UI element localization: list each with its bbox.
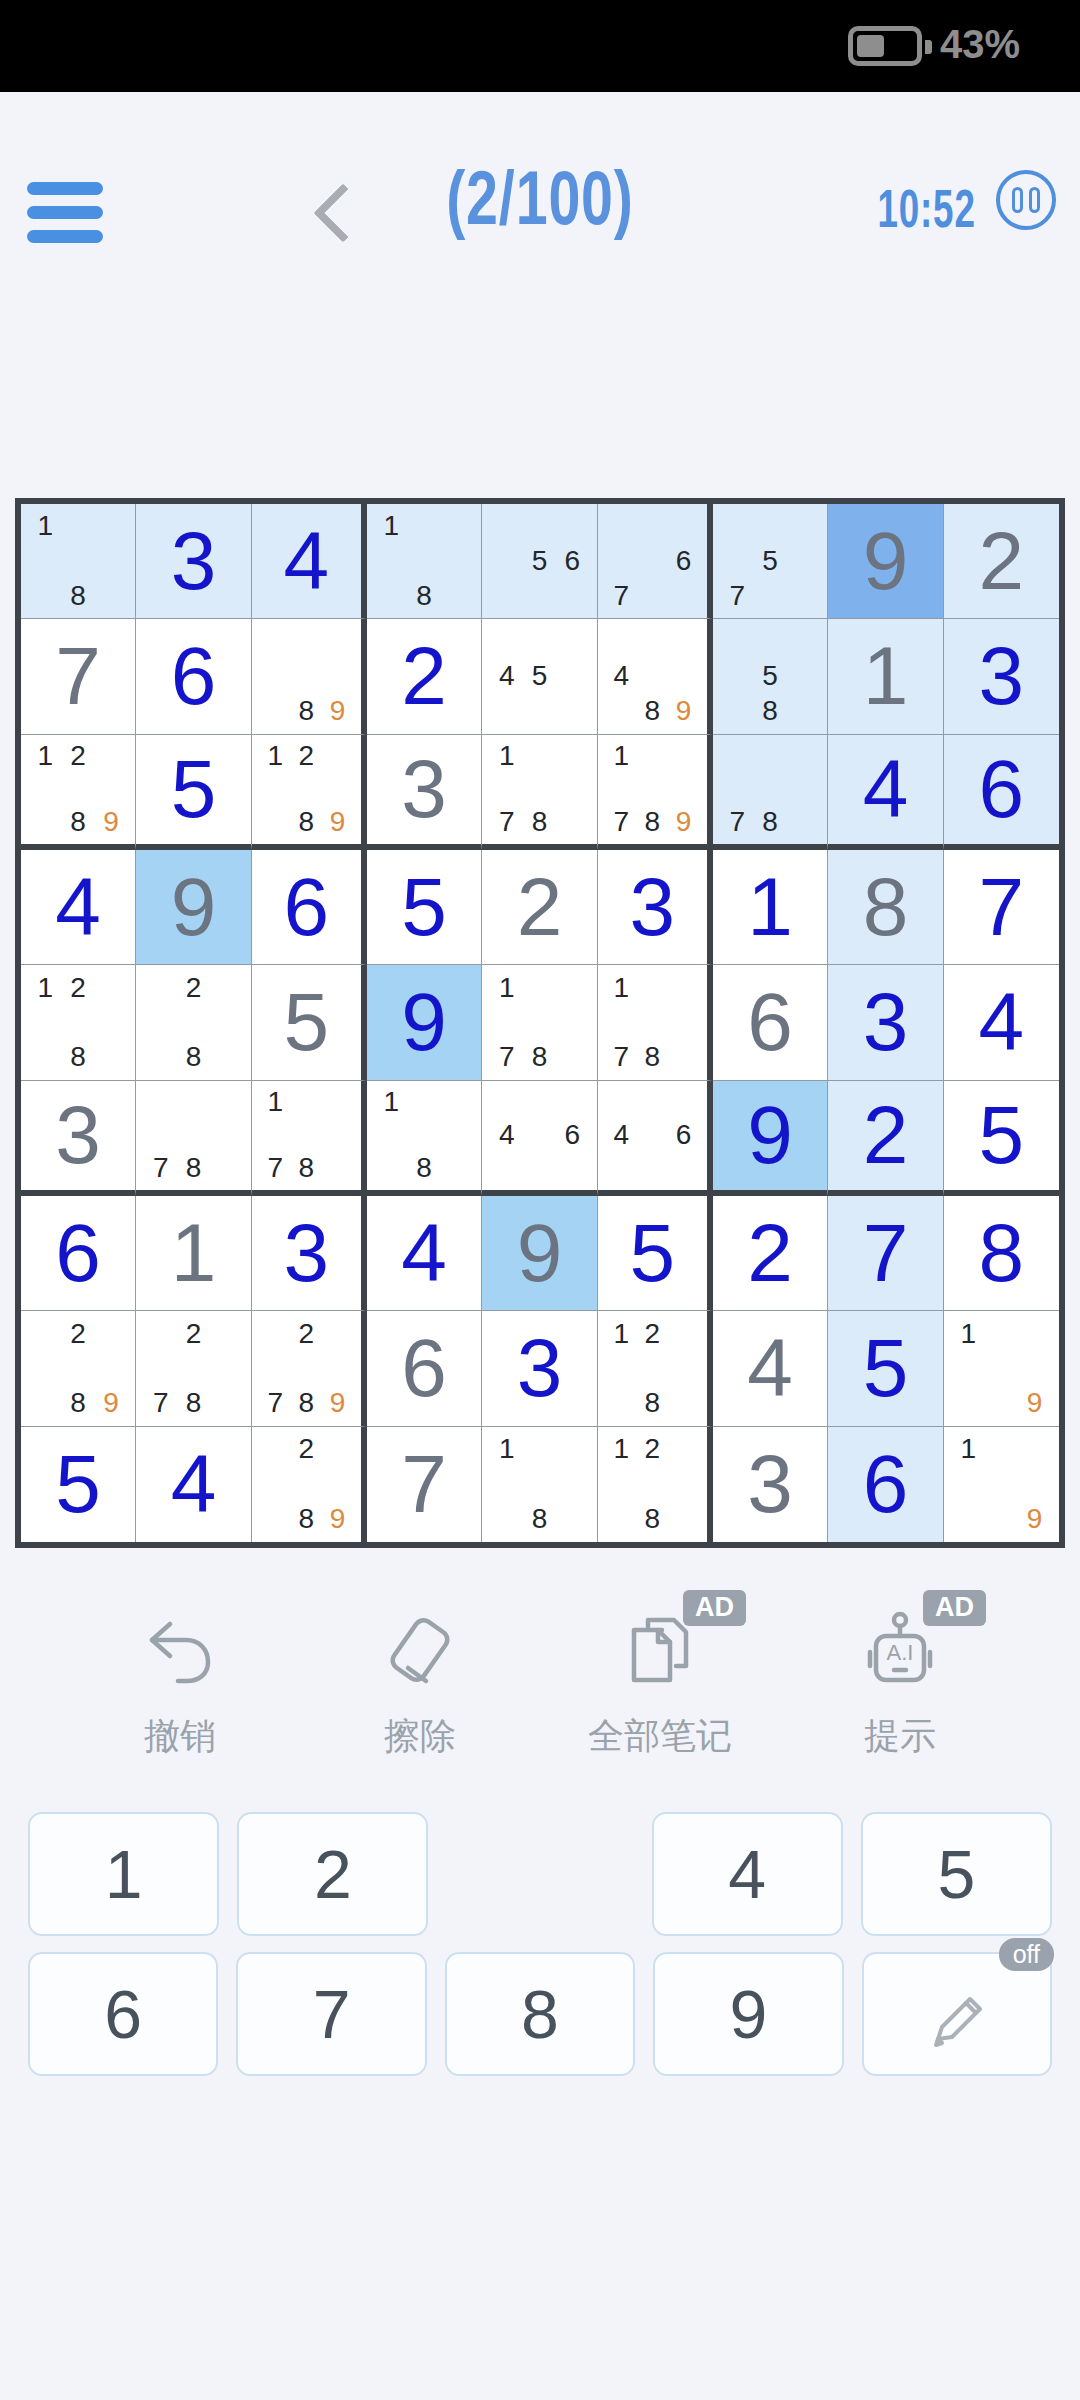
note-digit [322,659,353,694]
sudoku-cell-r2c9[interactable]: 3 [944,619,1059,734]
sudoku-cell-r5c4[interactable]: 9 [367,965,482,1080]
note-digit: 1 [375,509,408,544]
note-digit [985,1432,1018,1467]
sudoku-cell-r8c9[interactable]: 19 [944,1311,1059,1426]
undo-label: 撤销 [144,1712,216,1761]
note-digit [985,1351,1018,1386]
note-digit: 2 [62,740,95,773]
sudoku-cell-r2c7[interactable]: 58 [713,619,828,734]
note-digit [556,509,589,544]
sudoku-cell-r1c9[interactable]: 2 [944,504,1059,619]
note-digit [985,1502,1018,1537]
note-digit [668,579,699,614]
note-digit [62,773,95,806]
note-digit [523,509,556,544]
note-digit: 1 [375,1086,408,1119]
note-digit [637,509,668,544]
sudoku-cell-r3c2[interactable]: 5 [136,735,251,850]
sudoku-cell-r1c2[interactable]: 3 [136,504,251,619]
sudoku-cell-r3c7[interactable]: 78 [713,735,828,850]
sudoku-cell-r7c1[interactable]: 6 [21,1196,136,1311]
cell-value: 3 [401,748,447,830]
numpad-key-2[interactable]: 2 [237,1812,428,1936]
numpad-key-1[interactable]: 1 [28,1812,219,1936]
toolbar: 撤销 擦除 AD 全部笔记 [60,1600,1020,1780]
sudoku-cell-r9c3[interactable]: 289 [252,1427,367,1542]
sudoku-cell-r6c9[interactable]: 5 [944,1081,1059,1196]
note-digit [754,509,787,544]
sudoku-cell-r6c7[interactable]: 9 [713,1081,828,1196]
sudoku-cell-r4c1[interactable]: 4 [21,850,136,965]
sudoku-cell-r3c6[interactable]: 1789 [598,735,713,850]
note-digit [322,773,353,806]
note-digit [668,740,699,773]
note-digit: 6 [556,1119,589,1152]
sudoku-cell-r4c2[interactable]: 9 [136,850,251,965]
cell-notes: 46 [490,1086,588,1185]
note-digit [523,1005,556,1040]
note-digit: 4 [490,1119,523,1152]
note-digit [177,1351,210,1386]
note-digit [291,1086,322,1119]
note-digit [490,1152,523,1185]
note-digit [62,1351,95,1386]
note-digit [523,1152,556,1185]
note-digit [62,1005,95,1040]
sudoku-cell-r8c6[interactable]: 128 [598,1311,713,1426]
note-digit [637,544,668,579]
note-digit [637,579,668,614]
cell-value: 4 [979,981,1025,1063]
note-digit: 8 [291,1502,322,1537]
note-digit [721,509,754,544]
sudoku-cell-r4c9[interactable]: 7 [944,850,1059,965]
sudoku-cell-r6c6[interactable]: 46 [598,1081,713,1196]
numpad-key-7[interactable]: 7 [236,1952,426,2076]
note-digit [29,1351,62,1386]
note-digit: 1 [952,1432,985,1467]
note-digit [260,694,291,729]
cell-value: 3 [517,1327,563,1409]
note-digit [260,659,291,694]
sudoku-cell-r2c6[interactable]: 489 [598,619,713,734]
sudoku-cell-r3c9[interactable]: 6 [944,735,1059,850]
note-digit [144,1005,177,1040]
sudoku-cell-r4c3[interactable]: 6 [252,850,367,965]
cell-notes: 18 [29,509,127,613]
note-digit [291,624,322,659]
note-digit [606,1386,637,1421]
cell-notes: 28 [144,970,242,1074]
note-digit [523,579,556,614]
cell-value: 9 [747,1094,793,1176]
note-digit [322,624,353,659]
erase-label: 擦除 [384,1712,456,1761]
cell-value: 9 [863,520,909,602]
note-digit [291,1119,322,1152]
note-digit [556,1432,589,1467]
sudoku-cell-r8c4[interactable]: 6 [367,1311,482,1426]
note-digit [95,1316,128,1351]
sudoku-cell-r6c2[interactable]: 78 [136,1081,251,1196]
sudoku-cell-r9c9[interactable]: 19 [944,1427,1059,1542]
note-digit: 8 [523,1040,556,1075]
note-digit [29,806,62,839]
note-digit [291,1351,322,1386]
numpad-empty-slot-3 [446,1812,633,1936]
note-digit: 7 [721,806,754,839]
pause-button[interactable] [996,170,1056,230]
cell-notes: 289 [29,1316,127,1420]
note-digit: 8 [291,1386,322,1421]
note-digit: 4 [606,1119,637,1152]
note-digit [556,1467,589,1502]
sudoku-cell-r7c7[interactable]: 2 [713,1196,828,1311]
note-digit [441,579,474,614]
note-digit [62,509,95,544]
cell-notes: 57 [721,509,819,613]
note-digit [754,773,787,806]
note-digit: 8 [177,1386,210,1421]
sudoku-cell-r5c1[interactable]: 128 [21,965,136,1080]
note-digit [490,624,523,659]
battery-icon [848,26,922,66]
note-digit: 1 [606,1316,637,1351]
sudoku-grid: 1834185667579276892454895813128951289317… [15,498,1065,1548]
cell-value: 1 [863,635,909,717]
note-digit [606,1351,637,1386]
cell-notes: 18 [375,1086,473,1185]
cell-value: 1 [171,1212,217,1294]
note-digit [29,1040,62,1075]
sudoku-cell-r4c7[interactable]: 1 [713,850,828,965]
note-digit [490,1467,523,1502]
sudoku-cell-r3c8[interactable]: 4 [828,735,943,850]
sudoku-cell-r3c1[interactable]: 1289 [21,735,136,850]
note-digit [523,740,556,773]
sudoku-cell-r9c7[interactable]: 3 [713,1427,828,1542]
note-digit [637,1467,668,1502]
numpad-key-9[interactable]: 9 [653,1952,843,2076]
note-digit: 2 [291,1316,322,1351]
cell-notes: 178 [606,970,699,1074]
note-digit [375,544,408,579]
note-digit: 1 [260,1086,291,1119]
undo-button[interactable]: 撤销 [60,1600,300,1780]
cell-notes: 2789 [260,1316,353,1420]
note-digit [62,544,95,579]
note-digit [606,1467,637,1502]
pencil-toggle-button[interactable]: off [862,1952,1052,2076]
sudoku-cell-r7c5[interactable]: 9 [482,1196,597,1311]
note-digit: 8 [408,579,441,614]
cell-value: 7 [863,1212,909,1294]
note-digit [490,544,523,579]
sudoku-cell-r4c4[interactable]: 5 [367,850,482,965]
cell-notes: 178 [490,740,588,839]
note-digit [668,1386,699,1421]
note-digit: 8 [523,1502,556,1537]
sudoku-cell-r2c5[interactable]: 45 [482,619,597,734]
note-digit: 8 [637,806,668,839]
note-digit [637,624,668,659]
sudoku-cell-r5c3[interactable]: 5 [252,965,367,1080]
note-digit [29,1386,62,1421]
sudoku-cell-r1c6[interactable]: 67 [598,504,713,619]
cell-notes: 1289 [260,740,353,839]
svg-text:A.I: A.I [887,1640,914,1665]
note-digit [29,544,62,579]
sudoku-cell-r6c3[interactable]: 178 [252,1081,367,1196]
sudoku-cell-r6c8[interactable]: 2 [828,1081,943,1196]
note-digit: 8 [523,806,556,839]
sudoku-cell-r7c3[interactable]: 3 [252,1196,367,1311]
sudoku-cell-r5c6[interactable]: 178 [598,965,713,1080]
note-digit: 4 [606,659,637,694]
note-digit: 1 [606,970,637,1005]
sudoku-app-screen: { "game": "sudoku", "position": "0340000… [0,0,1080,2400]
note-digit [606,694,637,729]
note-digit [721,624,754,659]
note-digit [556,1005,589,1040]
sudoku-cell-r5c7[interactable]: 6 [713,965,828,1080]
all-notes-button[interactable]: AD 全部笔记 [540,1600,780,1780]
note-digit [668,1040,699,1075]
note-digit: 7 [490,1040,523,1075]
note-digit [556,740,589,773]
sudoku-cell-r8c3[interactable]: 2789 [252,1311,367,1426]
note-digit [523,970,556,1005]
sudoku-cell-r2c2[interactable]: 6 [136,619,251,734]
cell-value: 2 [979,520,1025,602]
note-digit [556,624,589,659]
note-digit [721,773,754,806]
note-digit [322,1316,353,1351]
note-digit [95,1040,128,1075]
hint-robot-icon: A.I AD [850,1600,950,1700]
sudoku-cell-r6c5[interactable]: 46 [482,1081,597,1196]
note-digit [523,1432,556,1467]
number-pad: 1 2 4 5 6 7 8 9 off [28,1812,1052,2092]
sudoku-cell-r8c5[interactable]: 3 [482,1311,597,1426]
note-digit: 1 [490,1432,523,1467]
note-digit [523,694,556,729]
sudoku-cell-r4c8[interactable]: 8 [828,850,943,965]
cell-notes: 18 [490,1432,588,1537]
note-digit [721,544,754,579]
sudoku-cell-r7c9[interactable]: 8 [944,1196,1059,1311]
note-digit [1018,1351,1051,1386]
note-digit [668,1005,699,1040]
sudoku-cell-r4c5[interactable]: 2 [482,850,597,965]
sudoku-cell-r6c4[interactable]: 18 [367,1081,482,1196]
note-digit [291,1467,322,1502]
note-digit [260,773,291,806]
note-digit [322,1119,353,1152]
numpad-key-8[interactable]: 8 [445,1952,635,2076]
cell-value: 6 [171,635,217,717]
note-digit [637,1351,668,1386]
status-bar: 43% [0,0,1080,92]
note-digit: 9 [95,806,128,839]
cell-value: 6 [55,1212,101,1294]
sudoku-cell-r9c8[interactable]: 6 [828,1427,943,1542]
note-digit [787,509,820,544]
cell-notes: 1289 [29,740,127,839]
pencil-off-badge: off [999,1938,1054,1971]
note-digit [637,659,668,694]
cell-value: 3 [630,866,676,948]
sudoku-cell-r9c5[interactable]: 18 [482,1427,597,1542]
note-digit [322,1152,353,1185]
note-digit [556,806,589,839]
note-digit [29,579,62,614]
cell-value: 2 [747,1212,793,1294]
sudoku-cell-r2c8[interactable]: 1 [828,619,943,734]
sudoku-cell-r1c3[interactable]: 4 [252,504,367,619]
cell-value: 3 [979,635,1025,717]
note-digit [952,1502,985,1537]
note-digit [787,773,820,806]
sudoku-cell-r9c4[interactable]: 7 [367,1427,482,1542]
sudoku-cell-r2c3[interactable]: 89 [252,619,367,734]
sudoku-cell-r2c1[interactable]: 7 [21,619,136,734]
sudoku-cell-r3c5[interactable]: 178 [482,735,597,850]
note-digit [556,1152,589,1185]
sudoku-cell-r7c6[interactable]: 5 [598,1196,713,1311]
note-digit [952,1467,985,1502]
cell-value: 3 [55,1094,101,1176]
sudoku-cell-r5c2[interactable]: 28 [136,965,251,1080]
note-digit [637,773,668,806]
note-digit: 5 [754,659,787,694]
cell-value: 6 [284,866,330,948]
sudoku-cell-r8c1[interactable]: 289 [21,1311,136,1426]
sudoku-cell-r2c4[interactable]: 2 [367,619,482,734]
note-digit: 1 [606,1432,637,1467]
sudoku-cell-r5c5[interactable]: 178 [482,965,597,1080]
note-digit: 2 [62,1316,95,1351]
note-digit [144,970,177,1005]
note-digit [260,806,291,839]
note-digit [556,773,589,806]
sudoku-cell-r1c1[interactable]: 18 [21,504,136,619]
sudoku-cell-r5c8[interactable]: 3 [828,965,943,1080]
numpad-key-5[interactable]: 5 [861,1812,1052,1936]
note-digit [322,1467,353,1502]
cell-value: 4 [747,1327,793,1409]
note-digit: 8 [177,1152,210,1185]
note-digit [637,1152,668,1185]
note-digit: 7 [260,1386,291,1421]
battery-percent: 43% [940,22,1020,67]
sudoku-cell-r6c1[interactable]: 3 [21,1081,136,1196]
note-digit: 1 [29,509,62,544]
sudoku-cell-r5c9[interactable]: 4 [944,965,1059,1080]
cell-value: 8 [979,1212,1025,1294]
note-digit [95,970,128,1005]
note-digit [787,579,820,614]
cell-value: 4 [401,1212,447,1294]
note-digit: 2 [177,970,210,1005]
note-digit [637,970,668,1005]
pause-icon [1012,187,1023,213]
note-digit [490,694,523,729]
cell-value: 6 [863,1443,909,1525]
sudoku-cell-r3c4[interactable]: 3 [367,735,482,850]
numpad-key-4[interactable]: 4 [652,1812,843,1936]
note-digit: 9 [668,806,699,839]
sudoku-cell-r1c8[interactable]: 9 [828,504,943,619]
cell-notes: 278 [144,1316,242,1420]
note-digit [260,624,291,659]
note-digit: 9 [322,694,353,729]
sudoku-cell-r9c1[interactable]: 5 [21,1427,136,1542]
note-digit: 7 [606,579,637,614]
cell-value: 6 [747,981,793,1063]
note-digit: 2 [291,740,322,773]
puzzle-progress-title: (2/100) [97,155,983,241]
hint-button[interactable]: A.I AD 提示 [780,1600,1020,1780]
sudoku-cell-r8c8[interactable]: 5 [828,1311,943,1426]
note-digit [322,1351,353,1386]
cell-value: 6 [979,748,1025,830]
sudoku-cell-r9c2[interactable]: 4 [136,1427,251,1542]
sudoku-cell-r1c5[interactable]: 56 [482,504,597,619]
sudoku-cell-r1c7[interactable]: 57 [713,504,828,619]
note-digit: 6 [668,1119,699,1152]
cell-value: 2 [401,635,447,717]
sudoku-cell-r4c6[interactable]: 3 [598,850,713,965]
note-digit [95,1005,128,1040]
sudoku-cell-r8c2[interactable]: 278 [136,1311,251,1426]
note-digit [606,509,637,544]
note-digit: 2 [637,1432,668,1467]
note-digit [210,1386,243,1421]
note-digit [985,1316,1018,1351]
note-digit: 8 [177,1040,210,1075]
note-digit [668,1432,699,1467]
erase-button[interactable]: 擦除 [300,1600,540,1780]
note-digit [260,1351,291,1386]
note-digit [322,1086,353,1119]
sudoku-cell-r7c4[interactable]: 4 [367,1196,482,1311]
note-digit [668,1467,699,1502]
cell-notes: 1789 [606,740,699,839]
note-digit: 1 [952,1316,985,1351]
numpad-key-6[interactable]: 6 [28,1952,218,2076]
note-digit [523,1467,556,1502]
cell-value: 6 [401,1327,447,1409]
note-digit: 7 [144,1386,177,1421]
menu-icon[interactable] [27,182,103,243]
sudoku-cell-r3c3[interactable]: 1289 [252,735,367,850]
sudoku-cell-r8c7[interactable]: 4 [713,1311,828,1426]
note-digit [260,1502,291,1537]
sudoku-cell-r9c6[interactable]: 128 [598,1427,713,1542]
sudoku-cell-r7c8[interactable]: 7 [828,1196,943,1311]
sudoku-cell-r7c2[interactable]: 1 [136,1196,251,1311]
note-digit [637,1005,668,1040]
note-digit [144,1086,177,1119]
note-digit: 9 [95,1386,128,1421]
note-digit [668,1351,699,1386]
note-digit [754,740,787,773]
note-digit [668,773,699,806]
note-digit [754,624,787,659]
cell-notes: 18 [375,509,473,613]
sudoku-cell-r1c4[interactable]: 18 [367,504,482,619]
